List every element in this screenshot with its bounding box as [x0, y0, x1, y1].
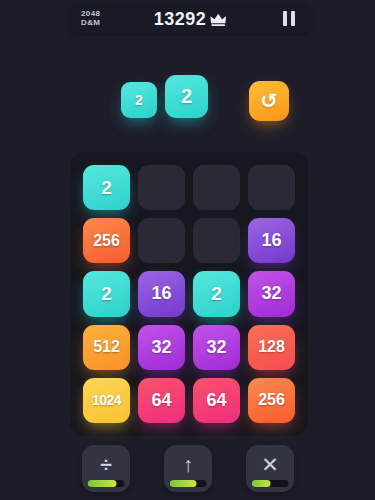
tile-1024[interactable]: 1024 — [83, 378, 130, 423]
score-value: 13292 — [154, 8, 207, 29]
empty-cell[interactable] — [248, 165, 295, 210]
empty-cell[interactable] — [138, 218, 185, 263]
tile-2[interactable]: 2 — [83, 165, 130, 210]
divide-icon: ÷ — [82, 449, 130, 480]
empty-cell[interactable] — [193, 218, 240, 263]
tile-16[interactable]: 16 — [248, 218, 295, 263]
powerup-shoot-up-progress — [170, 480, 207, 487]
tile-16[interactable]: 16 — [138, 271, 185, 316]
multiply-x-icon: ✕ — [246, 449, 294, 480]
tile-64[interactable]: 64 — [193, 378, 240, 423]
tile-2[interactable]: 2 — [83, 271, 130, 316]
undo-button[interactable]: ↺ — [249, 81, 289, 121]
next-tile-large[interactable]: 2 — [165, 75, 208, 118]
crown-icon — [209, 13, 226, 27]
powerup-remove-progress — [252, 480, 289, 487]
tile-128[interactable]: 128 — [248, 325, 295, 370]
empty-cell[interactable] — [193, 165, 240, 210]
top-bar: 2048 D&M 13292 — [70, 4, 310, 33]
powerup-remove-button[interactable]: ✕ — [246, 445, 294, 492]
tile-32[interactable]: 32 — [193, 325, 240, 370]
pause-button[interactable] — [283, 11, 295, 26]
tile-256[interactable]: 256 — [248, 378, 295, 423]
pause-bar-right — [291, 11, 295, 26]
score: 13292 — [154, 8, 227, 29]
game-screen: 2048 D&M 13292 2 2 ↺ 2256162162325123232… — [0, 0, 375, 500]
app-logo: 2048 D&M — [81, 10, 100, 27]
undo-icon: ↺ — [260, 90, 278, 111]
powerup-shoot-up-button[interactable]: ↑ — [164, 445, 212, 492]
next-tile-small: 2 — [121, 82, 157, 118]
arrow-up-icon: ↑ — [164, 449, 212, 480]
pause-bar-left — [283, 11, 287, 26]
tile-2[interactable]: 2 — [193, 271, 240, 316]
tile-256[interactable]: 256 — [83, 218, 130, 263]
tile-512[interactable]: 512 — [83, 325, 130, 370]
tile-32[interactable]: 32 — [248, 271, 295, 316]
app-logo-line2: D&M — [81, 19, 100, 28]
empty-cell[interactable] — [138, 165, 185, 210]
powerup-divide-button[interactable]: ÷ — [82, 445, 130, 492]
tile-32[interactable]: 32 — [138, 325, 185, 370]
tile-64[interactable]: 64 — [138, 378, 185, 423]
game-board: 225616216232512323212810246464256 — [70, 152, 308, 436]
powerup-divide-progress — [88, 480, 125, 487]
